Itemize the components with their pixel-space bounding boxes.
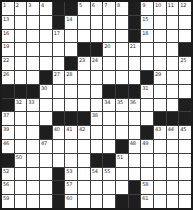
white-cell-r15c6[interactable]: 60 xyxy=(65,195,77,208)
clue-number-49: 49 xyxy=(142,140,148,146)
white-cell-r13c3[interactable] xyxy=(27,168,39,181)
white-cell-r13c11[interactable] xyxy=(129,168,141,181)
white-cell-r3c2[interactable] xyxy=(15,30,27,43)
white-cell-r7c6[interactable] xyxy=(65,85,77,98)
black-cell-r4c15 xyxy=(179,43,191,56)
white-cell-r6c1[interactable]: 26 xyxy=(2,71,14,84)
clue-number-26: 26 xyxy=(3,71,9,77)
white-cell-r11c11[interactable]: 48 xyxy=(129,140,141,153)
clue-number-60: 60 xyxy=(66,195,72,201)
black-cell-r14c11 xyxy=(129,181,141,194)
black-cell-r5c6 xyxy=(65,57,77,70)
clue-number-8: 8 xyxy=(117,2,120,8)
clue-number-2: 2 xyxy=(16,2,19,8)
black-cell-r12c1 xyxy=(2,154,14,167)
white-cell-r13c14[interactable] xyxy=(167,168,179,181)
white-cell-r9c11[interactable] xyxy=(129,112,141,125)
white-cell-r15c13[interactable] xyxy=(154,195,166,208)
black-cell-r12c8 xyxy=(91,154,103,167)
white-cell-r2c14[interactable] xyxy=(167,16,179,29)
white-cell-r6c8[interactable] xyxy=(91,71,103,84)
white-cell-r5c3[interactable] xyxy=(27,57,39,70)
white-cell-r6c6[interactable]: 28 xyxy=(65,71,77,84)
white-cell-r10c9[interactable] xyxy=(103,126,115,139)
white-cell-r12c7[interactable] xyxy=(78,154,90,167)
white-cell-r4c3[interactable] xyxy=(27,43,39,56)
white-cell-r9c2[interactable] xyxy=(15,112,27,125)
white-cell-r3c10[interactable] xyxy=(116,30,128,43)
clue-number-58: 58 xyxy=(142,181,148,187)
white-cell-r8c6[interactable] xyxy=(65,99,77,112)
white-cell-r2c9[interactable] xyxy=(103,16,115,29)
white-cell-r8c11[interactable]: 36 xyxy=(129,99,141,112)
white-cell-r14c10[interactable] xyxy=(116,181,128,194)
white-cell-r14c13[interactable] xyxy=(154,181,166,194)
white-cell-r7c15[interactable] xyxy=(179,85,191,98)
clue-number-13: 13 xyxy=(3,16,9,22)
white-cell-r14c14[interactable] xyxy=(167,181,179,194)
white-cell-r14c7[interactable] xyxy=(78,181,90,194)
clue-number-23: 23 xyxy=(79,57,85,63)
white-cell-r1c9[interactable]: 7 xyxy=(103,2,115,15)
white-cell-r7c14[interactable] xyxy=(167,85,179,98)
clue-number-40: 40 xyxy=(54,126,60,132)
white-cell-r13c10[interactable] xyxy=(116,168,128,181)
white-cell-r5c10[interactable] xyxy=(116,57,128,70)
clue-number-10: 10 xyxy=(155,2,161,8)
clue-number-6: 6 xyxy=(92,2,95,8)
clue-number-4: 4 xyxy=(41,2,44,8)
clue-number-43: 43 xyxy=(155,126,161,132)
white-cell-r10c2[interactable] xyxy=(15,126,27,139)
white-cell-r4c14[interactable] xyxy=(167,43,179,56)
white-cell-r15c7[interactable] xyxy=(78,195,90,208)
clue-number-24: 24 xyxy=(92,57,98,63)
white-cell-r10c13[interactable]: 43 xyxy=(154,126,166,139)
white-cell-r5c15[interactable]: 25 xyxy=(179,57,191,70)
clue-number-42: 42 xyxy=(79,126,85,132)
white-cell-r8c14[interactable] xyxy=(167,99,179,112)
black-cell-r15c11 xyxy=(129,195,141,208)
white-cell-r13c2[interactable] xyxy=(15,168,27,181)
white-cell-r10c10[interactable] xyxy=(116,126,128,139)
white-cell-r14c4[interactable] xyxy=(40,181,52,194)
white-cell-r2c15[interactable] xyxy=(179,16,191,29)
white-cell-r11c2[interactable] xyxy=(15,140,27,153)
clue-number-31: 31 xyxy=(142,85,148,91)
clue-number-50: 50 xyxy=(16,154,22,160)
white-cell-r4c13[interactable] xyxy=(154,43,166,56)
white-cell-r15c12[interactable]: 61 xyxy=(141,195,153,208)
white-cell-r4c6[interactable] xyxy=(65,43,77,56)
clue-number-35: 35 xyxy=(117,99,123,105)
white-cell-r10c1[interactable]: 39 xyxy=(2,126,14,139)
clue-number-48: 48 xyxy=(130,140,136,146)
white-cell-r4c1[interactable]: 19 xyxy=(2,43,14,56)
white-cell-r13c7[interactable] xyxy=(78,168,90,181)
white-cell-r10c5[interactable]: 40 xyxy=(53,126,65,139)
white-cell-r14c15[interactable] xyxy=(179,181,191,194)
white-cell-r4c2[interactable] xyxy=(15,43,27,56)
white-cell-r2c1[interactable]: 13 xyxy=(2,16,14,29)
white-cell-r4c5[interactable] xyxy=(53,43,65,56)
clue-number-7: 7 xyxy=(104,2,107,8)
white-cell-r6c3[interactable] xyxy=(27,71,39,84)
clue-number-30: 30 xyxy=(41,85,47,91)
white-cell-r3c5[interactable]: 17 xyxy=(53,30,65,43)
white-cell-r7c4[interactable]: 30 xyxy=(40,85,52,98)
white-cell-r1c8[interactable]: 6 xyxy=(91,2,103,15)
white-cell-r11c7[interactable] xyxy=(78,140,90,153)
white-cell-r1c1[interactable]: 1 xyxy=(2,2,14,15)
white-cell-r9c10[interactable] xyxy=(116,112,128,125)
white-cell-r3c15[interactable] xyxy=(179,30,191,43)
clue-number-61: 61 xyxy=(142,195,148,201)
black-cell-r6c4 xyxy=(40,71,52,84)
white-cell-r12c10[interactable]: 51 xyxy=(116,154,128,167)
clue-number-17: 17 xyxy=(54,30,60,36)
clue-number-9: 9 xyxy=(142,2,145,8)
white-cell-r11c3[interactable] xyxy=(27,140,39,153)
white-cell-r12c12[interactable] xyxy=(141,154,153,167)
white-cell-r8c10[interactable]: 35 xyxy=(116,99,128,112)
white-cell-r5c4[interactable] xyxy=(40,57,52,70)
clue-number-45: 45 xyxy=(180,126,186,132)
white-cell-r3c9[interactable] xyxy=(103,30,115,43)
white-cell-r1c15[interactable]: 12 xyxy=(179,2,191,15)
white-cell-r12c3[interactable] xyxy=(27,154,39,167)
white-cell-r4c4[interactable] xyxy=(40,43,52,56)
clue-number-1: 1 xyxy=(3,2,6,8)
black-cell-r7c10 xyxy=(116,85,128,98)
white-cell-r13c15[interactable] xyxy=(179,168,191,181)
white-cell-r14c8[interactable] xyxy=(91,181,103,194)
black-cell-r9c15 xyxy=(179,112,191,125)
white-cell-r2c13[interactable] xyxy=(154,16,166,29)
white-cell-r12c14[interactable] xyxy=(167,154,179,167)
black-cell-r7c9 xyxy=(103,85,115,98)
white-cell-r10c15[interactable]: 45 xyxy=(179,126,191,139)
white-cell-r6c10[interactable] xyxy=(116,71,128,84)
white-cell-r1c10[interactable]: 8 xyxy=(116,2,128,15)
white-cell-r1c13[interactable]: 10 xyxy=(154,2,166,15)
white-cell-r6c13[interactable]: 29 xyxy=(154,71,166,84)
white-cell-r3c8[interactable] xyxy=(91,30,103,43)
white-cell-r15c14[interactable] xyxy=(167,195,179,208)
white-cell-r9c9[interactable] xyxy=(103,112,115,125)
white-cell-r10c3[interactable] xyxy=(27,126,39,139)
white-cell-r10c6[interactable]: 41 xyxy=(65,126,77,139)
white-cell-r8c13[interactable] xyxy=(154,99,166,112)
crossword-grid: 1234567891011121314151617181920212223242… xyxy=(0,0,193,210)
white-cell-r11c9[interactable] xyxy=(103,140,115,153)
white-cell-r6c7[interactable] xyxy=(78,71,90,84)
white-cell-r10c14[interactable]: 44 xyxy=(167,126,179,139)
white-cell-r11c4[interactable]: 47 xyxy=(40,140,52,153)
white-cell-r11c8[interactable] xyxy=(91,140,103,153)
white-cell-r12c4[interactable] xyxy=(40,154,52,167)
white-cell-r14c2[interactable] xyxy=(15,181,27,194)
black-cell-r7c11 xyxy=(129,85,141,98)
clue-number-27: 27 xyxy=(54,71,60,77)
black-cell-r1c6 xyxy=(65,2,77,15)
white-cell-r3c14[interactable] xyxy=(167,30,179,43)
clue-number-32: 32 xyxy=(16,99,22,105)
white-cell-r8c8[interactable] xyxy=(91,99,103,112)
black-cell-r9c7 xyxy=(78,112,90,125)
white-cell-r5c5[interactable] xyxy=(53,57,65,70)
white-cell-r3c12[interactable]: 18 xyxy=(141,30,153,43)
white-cell-r8c2[interactable]: 32 xyxy=(15,99,27,112)
white-cell-r1c7[interactable]: 5 xyxy=(78,2,90,15)
black-cell-r3c11 xyxy=(129,30,141,43)
white-cell-r8c7[interactable] xyxy=(78,99,90,112)
white-cell-r5c8[interactable]: 24 xyxy=(91,57,103,70)
white-cell-r4c9[interactable]: 20 xyxy=(103,43,115,56)
white-cell-r15c4[interactable] xyxy=(40,195,52,208)
white-cell-r1c3[interactable]: 3 xyxy=(27,2,39,15)
white-cell-r9c8[interactable]: 38 xyxy=(91,112,103,125)
clue-number-12: 12 xyxy=(180,2,186,8)
black-cell-r9c6 xyxy=(65,112,77,125)
clue-number-51: 51 xyxy=(117,154,123,160)
clue-number-28: 28 xyxy=(66,71,72,77)
clue-number-38: 38 xyxy=(92,112,98,118)
white-cell-r14c9[interactable] xyxy=(103,181,115,194)
clue-number-19: 19 xyxy=(3,43,9,49)
white-cell-r2c4[interactable] xyxy=(40,16,52,29)
clue-number-3: 3 xyxy=(28,2,31,8)
clue-number-25: 25 xyxy=(180,57,186,63)
black-cell-r15c10 xyxy=(116,195,128,208)
white-cell-r7c12[interactable]: 31 xyxy=(141,85,153,98)
white-cell-r5c1[interactable]: 22 xyxy=(2,57,14,70)
clue-number-15: 15 xyxy=(142,16,148,22)
white-cell-r13c1[interactable]: 52 xyxy=(2,168,14,181)
white-cell-r12c15[interactable] xyxy=(179,154,191,167)
white-cell-r13c4[interactable] xyxy=(40,168,52,181)
clue-number-5: 5 xyxy=(79,2,82,8)
white-cell-r15c3[interactable] xyxy=(27,195,39,208)
clue-number-59: 59 xyxy=(3,195,9,201)
white-cell-r6c9[interactable] xyxy=(103,71,115,84)
black-cell-r13c5 xyxy=(53,168,65,181)
white-cell-r6c2[interactable] xyxy=(15,71,27,84)
white-cell-r12c11[interactable] xyxy=(129,154,141,167)
white-cell-r5c12[interactable] xyxy=(141,57,153,70)
white-cell-r2c2[interactable] xyxy=(15,16,27,29)
white-cell-r11c1[interactable]: 46 xyxy=(2,140,14,153)
white-cell-r9c4[interactable] xyxy=(40,112,52,125)
white-cell-r15c1[interactable]: 59 xyxy=(2,195,14,208)
black-cell-r1c5 xyxy=(53,2,65,15)
white-cell-r11c5[interactable] xyxy=(53,140,65,153)
black-cell-r4c7 xyxy=(78,43,90,56)
clue-number-54: 54 xyxy=(92,168,98,174)
black-cell-r8c1 xyxy=(2,99,14,112)
white-cell-r1c2[interactable]: 2 xyxy=(15,2,27,15)
white-cell-r13c6[interactable]: 53 xyxy=(65,168,77,181)
white-cell-r6c14[interactable] xyxy=(167,71,179,84)
black-cell-r4c8 xyxy=(91,43,103,56)
white-cell-r2c12[interactable]: 15 xyxy=(141,16,153,29)
white-cell-r5c13[interactable] xyxy=(154,57,166,70)
clue-number-29: 29 xyxy=(155,71,161,77)
clue-number-46: 46 xyxy=(3,140,9,146)
white-cell-r8c3[interactable]: 33 xyxy=(27,99,39,112)
white-cell-r13c8[interactable]: 54 xyxy=(91,168,103,181)
black-cell-r8c15 xyxy=(179,99,191,112)
white-cell-r7c5[interactable] xyxy=(53,85,65,98)
white-cell-r5c9[interactable] xyxy=(103,57,115,70)
white-cell-r11c12[interactable]: 49 xyxy=(141,140,153,153)
white-cell-r7c13[interactable] xyxy=(154,85,166,98)
white-cell-r6c15[interactable] xyxy=(179,71,191,84)
white-cell-r2c6[interactable]: 14 xyxy=(65,16,77,29)
clue-number-41: 41 xyxy=(66,126,72,132)
white-cell-r3c6[interactable] xyxy=(65,30,77,43)
white-cell-r13c9[interactable]: 55 xyxy=(103,168,115,181)
black-cell-r7c2 xyxy=(15,85,27,98)
white-cell-r6c5[interactable]: 27 xyxy=(53,71,65,84)
clue-number-56: 56 xyxy=(3,181,9,187)
white-cell-r3c1[interactable]: 16 xyxy=(2,30,14,43)
clue-number-53: 53 xyxy=(66,168,72,174)
white-cell-r3c4[interactable] xyxy=(40,30,52,43)
white-cell-r12c2[interactable]: 50 xyxy=(15,154,27,167)
clue-number-16: 16 xyxy=(3,30,9,36)
white-cell-r15c15[interactable] xyxy=(179,195,191,208)
white-cell-r4c10[interactable] xyxy=(116,43,128,56)
clue-number-33: 33 xyxy=(28,99,34,105)
white-cell-r10c11[interactable] xyxy=(129,126,141,139)
white-cell-r3c3[interactable] xyxy=(27,30,39,43)
white-cell-r9c3[interactable] xyxy=(27,112,39,125)
clue-number-44: 44 xyxy=(168,126,174,132)
clue-number-36: 36 xyxy=(130,99,136,105)
white-cell-r8c12[interactable] xyxy=(141,99,153,112)
white-cell-r2c8[interactable] xyxy=(91,16,103,29)
black-cell-r7c3 xyxy=(27,85,39,98)
white-cell-r8c4[interactable] xyxy=(40,99,52,112)
white-cell-r3c13[interactable] xyxy=(154,30,166,43)
white-cell-r14c12[interactable]: 58 xyxy=(141,181,153,194)
white-cell-r11c14[interactable] xyxy=(167,140,179,153)
white-cell-r4c12[interactable] xyxy=(141,43,153,56)
black-cell-r9c5 xyxy=(53,112,65,125)
white-cell-r2c7[interactable] xyxy=(78,16,90,29)
white-cell-r12c5[interactable] xyxy=(53,154,65,167)
black-cell-r10c12 xyxy=(141,126,153,139)
white-cell-r6c11[interactable] xyxy=(129,71,141,84)
white-cell-r15c2[interactable] xyxy=(15,195,27,208)
white-cell-r11c13[interactable] xyxy=(154,140,166,153)
white-cell-r8c5[interactable] xyxy=(53,99,65,112)
clue-number-14: 14 xyxy=(66,16,72,22)
black-cell-r9c13 xyxy=(154,112,166,125)
clue-number-55: 55 xyxy=(104,168,110,174)
black-cell-r12c9 xyxy=(103,154,115,167)
black-cell-r9c14 xyxy=(167,112,179,125)
white-cell-r7c7[interactable] xyxy=(78,85,90,98)
clue-number-11: 11 xyxy=(168,2,174,8)
clue-number-39: 39 xyxy=(3,126,9,132)
crossword-puzzle: 1234567891011121314151617181920212223242… xyxy=(0,0,193,210)
white-cell-r15c9[interactable] xyxy=(103,195,115,208)
white-cell-r1c4[interactable]: 4 xyxy=(40,2,52,15)
black-cell-r2c5 xyxy=(53,16,65,29)
white-cell-r7c8[interactable] xyxy=(91,85,103,98)
white-cell-r13c13[interactable] xyxy=(154,168,166,181)
clue-number-18: 18 xyxy=(142,30,148,36)
white-cell-r9c1[interactable]: 37 xyxy=(2,112,14,125)
clue-number-21: 21 xyxy=(130,43,136,49)
white-cell-r5c2[interactable] xyxy=(15,57,27,70)
white-cell-r12c6[interactable] xyxy=(65,154,77,167)
white-cell-r8c9[interactable]: 34 xyxy=(103,99,115,112)
black-cell-r11c10 xyxy=(116,140,128,153)
white-cell-r2c3[interactable] xyxy=(27,16,39,29)
white-cell-r5c14[interactable] xyxy=(167,57,179,70)
black-cell-r7c1 xyxy=(2,85,14,98)
white-cell-r15c8[interactable] xyxy=(91,195,103,208)
clue-number-52: 52 xyxy=(3,168,9,174)
white-cell-r12c13[interactable] xyxy=(154,154,166,167)
black-cell-r14c5 xyxy=(53,181,65,194)
white-cell-r14c1[interactable]: 56 xyxy=(2,181,14,194)
clue-number-57: 57 xyxy=(66,181,72,187)
black-cell-r10c4 xyxy=(40,126,52,139)
white-cell-r3c7[interactable] xyxy=(78,30,90,43)
white-cell-r14c3[interactable] xyxy=(27,181,39,194)
white-cell-r5c11[interactable] xyxy=(129,57,141,70)
black-cell-r15c5 xyxy=(53,195,65,208)
white-cell-r11c6[interactable] xyxy=(65,140,77,153)
black-cell-r2c11 xyxy=(129,16,141,29)
white-cell-r1c14[interactable]: 11 xyxy=(167,2,179,15)
white-cell-r13c12[interactable] xyxy=(141,168,153,181)
clue-number-20: 20 xyxy=(104,43,110,49)
white-cell-r2c10[interactable] xyxy=(116,16,128,29)
black-cell-r6c12 xyxy=(141,71,153,84)
white-cell-r9c12[interactable] xyxy=(141,112,153,125)
white-cell-r5c7[interactable]: 23 xyxy=(78,57,90,70)
clue-number-37: 37 xyxy=(3,112,9,118)
clue-number-34: 34 xyxy=(104,99,110,105)
white-cell-r10c7[interactable]: 42 xyxy=(78,126,90,139)
clue-number-22: 22 xyxy=(3,57,9,63)
black-cell-r1c11 xyxy=(129,2,141,15)
clue-number-47: 47 xyxy=(41,140,47,146)
white-cell-r1c12[interactable]: 9 xyxy=(141,2,153,15)
white-cell-r11c15[interactable] xyxy=(179,140,191,153)
white-cell-r4c11[interactable]: 21 xyxy=(129,43,141,56)
white-cell-r14c6[interactable]: 57 xyxy=(65,181,77,194)
white-cell-r10c8[interactable] xyxy=(91,126,103,139)
